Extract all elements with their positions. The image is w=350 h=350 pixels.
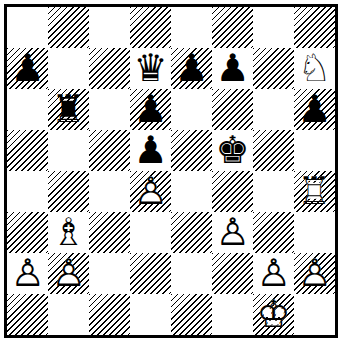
black-queen: ♛ xyxy=(130,48,171,89)
white-bishop: ♝♗ xyxy=(48,212,89,253)
square-h6[interactable]: ♟ xyxy=(294,89,335,130)
square-c1[interactable] xyxy=(89,294,130,335)
black-king: ♚ xyxy=(212,130,253,171)
square-c2[interactable] xyxy=(89,253,130,294)
white-pawn: ♟♙ xyxy=(7,253,48,294)
square-e5[interactable] xyxy=(171,130,212,171)
square-a5[interactable] xyxy=(7,130,48,171)
black-pawn: ♟ xyxy=(294,89,335,130)
white-rook: ♜♖ xyxy=(294,171,335,212)
square-h1[interactable] xyxy=(294,294,335,335)
square-h5[interactable] xyxy=(294,130,335,171)
square-f7[interactable]: ♟ xyxy=(212,48,253,89)
white-pawn-outline: ♙ xyxy=(48,253,89,294)
square-c8[interactable] xyxy=(89,7,130,48)
white-knight-outline: ♘ xyxy=(294,48,335,89)
square-a8[interactable] xyxy=(7,7,48,48)
square-f6[interactable] xyxy=(212,89,253,130)
square-c7[interactable] xyxy=(89,48,130,89)
square-h8[interactable] xyxy=(294,7,335,48)
black-pawn: ♟ xyxy=(7,48,48,89)
square-h2[interactable]: ♟♙ xyxy=(294,253,335,294)
square-e3[interactable] xyxy=(171,212,212,253)
chess-diagram-page: ♟♛♟♟♞♘♜♟♟♟♚♟♙♜♖♝♗♟♙♟♙♟♙♟♙♟♙♚♔ xyxy=(0,0,350,350)
square-g1[interactable]: ♚♔ xyxy=(253,294,294,335)
square-b5[interactable] xyxy=(48,130,89,171)
square-g4[interactable] xyxy=(253,171,294,212)
square-d6[interactable]: ♟ xyxy=(130,89,171,130)
square-a7[interactable]: ♟ xyxy=(7,48,48,89)
square-b1[interactable] xyxy=(48,294,89,335)
square-d3[interactable] xyxy=(130,212,171,253)
white-king-outline: ♔ xyxy=(253,294,294,335)
square-f1[interactable] xyxy=(212,294,253,335)
white-pawn: ♟♙ xyxy=(212,212,253,253)
square-d4[interactable]: ♟♙ xyxy=(130,171,171,212)
square-g5[interactable] xyxy=(253,130,294,171)
square-h4[interactable]: ♜♖ xyxy=(294,171,335,212)
square-d5[interactable]: ♟ xyxy=(130,130,171,171)
black-pawn: ♟ xyxy=(171,48,212,89)
square-e6[interactable] xyxy=(171,89,212,130)
white-knight: ♞♘ xyxy=(294,48,335,89)
square-b4[interactable] xyxy=(48,171,89,212)
square-b2[interactable]: ♟♙ xyxy=(48,253,89,294)
black-pawn: ♟ xyxy=(130,130,171,171)
white-pawn: ♟♙ xyxy=(253,253,294,294)
square-d1[interactable] xyxy=(130,294,171,335)
square-h3[interactable] xyxy=(294,212,335,253)
white-pawn: ♟♙ xyxy=(294,253,335,294)
square-g3[interactable] xyxy=(253,212,294,253)
square-a4[interactable] xyxy=(7,171,48,212)
white-pawn-outline: ♙ xyxy=(294,253,335,294)
white-rook-outline: ♖ xyxy=(294,171,335,212)
square-a1[interactable] xyxy=(7,294,48,335)
white-pawn-outline: ♙ xyxy=(7,253,48,294)
white-king: ♚♔ xyxy=(253,294,294,335)
square-d2[interactable] xyxy=(130,253,171,294)
square-a3[interactable] xyxy=(7,212,48,253)
square-g6[interactable] xyxy=(253,89,294,130)
square-h7[interactable]: ♞♘ xyxy=(294,48,335,89)
square-g8[interactable] xyxy=(253,7,294,48)
black-pawn: ♟ xyxy=(130,89,171,130)
square-e1[interactable] xyxy=(171,294,212,335)
square-d7[interactable]: ♛ xyxy=(130,48,171,89)
square-c4[interactable] xyxy=(89,171,130,212)
square-f8[interactable] xyxy=(212,7,253,48)
square-d8[interactable] xyxy=(130,7,171,48)
black-pawn: ♟ xyxy=(212,48,253,89)
square-a6[interactable] xyxy=(7,89,48,130)
white-pawn-outline: ♙ xyxy=(212,212,253,253)
white-pawn: ♟♙ xyxy=(48,253,89,294)
square-g2[interactable]: ♟♙ xyxy=(253,253,294,294)
square-f3[interactable]: ♟♙ xyxy=(212,212,253,253)
chess-board: ♟♛♟♟♞♘♜♟♟♟♚♟♙♜♖♝♗♟♙♟♙♟♙♟♙♟♙♚♔ xyxy=(4,4,338,338)
white-pawn-outline: ♙ xyxy=(253,253,294,294)
square-f2[interactable] xyxy=(212,253,253,294)
square-c6[interactable] xyxy=(89,89,130,130)
square-c3[interactable] xyxy=(89,212,130,253)
square-b6[interactable]: ♜ xyxy=(48,89,89,130)
square-e7[interactable]: ♟ xyxy=(171,48,212,89)
square-a2[interactable]: ♟♙ xyxy=(7,253,48,294)
square-e4[interactable] xyxy=(171,171,212,212)
square-f5[interactable]: ♚ xyxy=(212,130,253,171)
square-e8[interactable] xyxy=(171,7,212,48)
square-b8[interactable] xyxy=(48,7,89,48)
square-e2[interactable] xyxy=(171,253,212,294)
square-c5[interactable] xyxy=(89,130,130,171)
white-bishop-outline: ♗ xyxy=(48,212,89,253)
square-g7[interactable] xyxy=(253,48,294,89)
black-rook: ♜ xyxy=(48,89,89,130)
square-b7[interactable] xyxy=(48,48,89,89)
square-b3[interactable]: ♝♗ xyxy=(48,212,89,253)
white-pawn: ♟♙ xyxy=(130,171,171,212)
square-f4[interactable] xyxy=(212,171,253,212)
white-pawn-outline: ♙ xyxy=(130,171,171,212)
